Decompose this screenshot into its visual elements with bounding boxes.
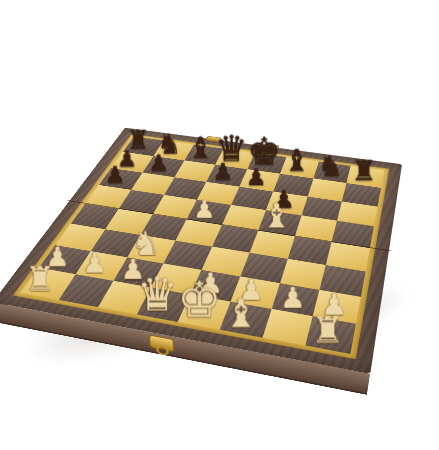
black-rook[interactable]: ♜ [347, 157, 381, 185]
square-g8[interactable]: ♞ [313, 161, 351, 183]
white-king[interactable]: ♚ [177, 276, 220, 325]
square-h6[interactable] [337, 201, 377, 226]
black-pawn[interactable]: ♟ [239, 165, 273, 188]
black-bishop[interactable]: ♝ [280, 145, 314, 175]
clasp-icon [149, 335, 174, 353]
product-photo-scene: ♜♞♝♛♚♝♞♜♟♟♟♟♟♟♟♝♞♟♟♟♟♟♟♟♜♛♚♝♜ [0, 0, 439, 450]
square-a1[interactable]: ♜ [21, 268, 76, 300]
white-bishop[interactable]: ♝ [219, 293, 263, 332]
black-pawn[interactable]: ♟ [142, 152, 175, 175]
black-bishop[interactable]: ♝ [184, 133, 217, 162]
square-h8[interactable]: ♜ [347, 166, 385, 188]
white-pawn[interactable]: ♟ [186, 197, 223, 222]
clasp-loop-icon [156, 345, 169, 357]
white-bishop[interactable]: ♝ [258, 199, 295, 232]
white-queen[interactable]: ♛ [136, 271, 179, 318]
square-h1[interactable]: ♜ [306, 316, 356, 353]
black-pawn[interactable]: ♟ [98, 164, 132, 187]
square-f1[interactable]: ♝ [219, 302, 271, 338]
white-rook[interactable]: ♜ [19, 262, 60, 296]
white-pawn[interactable]: ♟ [74, 250, 114, 277]
folding-chess-box: ♜♞♝♛♚♝♞♜♟♟♟♟♟♟♟♝♞♟♟♟♟♟♟♟♜♛♚♝♜ [0, 128, 402, 374]
black-pawn[interactable]: ♟ [206, 160, 240, 183]
black-knight[interactable]: ♞ [313, 152, 347, 181]
white-rook[interactable]: ♜ [306, 312, 351, 349]
white-pawn[interactable]: ♟ [271, 283, 313, 312]
